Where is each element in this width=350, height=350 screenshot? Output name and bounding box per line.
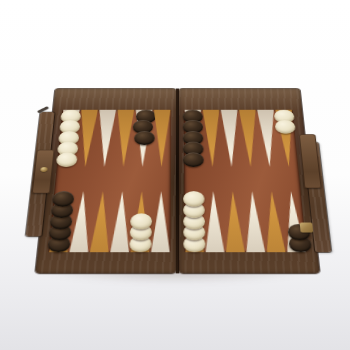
top-left-quadrant — [57, 110, 172, 167]
checker-ivory[interactable] — [130, 213, 152, 229]
left-playing-field — [48, 110, 171, 253]
checker-brown[interactable] — [134, 131, 155, 145]
triangle-ochre — [152, 110, 171, 167]
triangle-ochre — [114, 110, 135, 167]
triangle-cream — [204, 191, 226, 252]
bottom-left-quadrant — [48, 191, 171, 252]
triangle-cream — [150, 191, 171, 252]
checker-ivory[interactable] — [56, 152, 78, 167]
right-playing-field — [184, 110, 307, 253]
point-18[interactable] — [152, 110, 171, 167]
point-17[interactable] — [133, 110, 153, 167]
triangle-ochre — [202, 110, 222, 167]
point-19[interactable] — [184, 110, 203, 167]
point-20[interactable] — [202, 110, 222, 167]
point-24[interactable] — [274, 110, 298, 167]
brass-stud-icon — [40, 167, 48, 172]
checker-ivory[interactable] — [274, 120, 295, 134]
point-8[interactable] — [130, 191, 152, 252]
checker-brown[interactable] — [183, 152, 204, 167]
checker-ivory[interactable] — [183, 191, 205, 206]
point-6[interactable] — [184, 191, 205, 252]
photo-backdrop — [0, 0, 350, 350]
top-right-quadrant — [184, 110, 299, 167]
point-5[interactable] — [204, 191, 226, 252]
point-7[interactable] — [150, 191, 171, 252]
backgammon-case — [35, 89, 319, 274]
bottom-right-quadrant — [184, 191, 307, 252]
board-left-half — [35, 89, 176, 274]
brass-hinge-icon — [300, 223, 314, 233]
point-16[interactable] — [114, 110, 135, 167]
board-right-half — [179, 89, 320, 274]
